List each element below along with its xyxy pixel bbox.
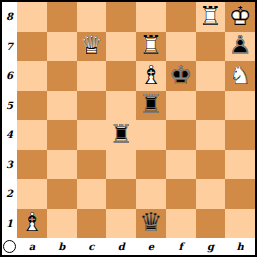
square-b3[interactable] [47,150,77,180]
square-a1[interactable]: ♝♗ [17,209,47,239]
bQ-outline-glyph: ♕ [139,209,162,235]
square-e5[interactable]: ♜♖ [136,91,166,121]
rank-label-2: 2 [2,179,17,209]
rank-label-8: 8 [2,2,17,32]
piece-wR-g8: ♜♖ [196,2,226,32]
square-f1[interactable] [166,209,196,239]
bR-outline-glyph: ♖ [139,91,162,117]
rank-label-7: 7 [2,32,17,62]
square-g8[interactable]: ♜♖ [196,2,226,32]
square-h7[interactable]: ♟♙ [225,32,255,62]
square-g5[interactable] [196,91,226,121]
square-g2[interactable] [196,179,226,209]
square-c2[interactable] [77,179,107,209]
square-e1[interactable]: ♛♕ [136,209,166,239]
square-f7[interactable] [166,32,196,62]
square-d3[interactable] [106,150,136,180]
square-e3[interactable] [136,150,166,180]
square-e2[interactable] [136,179,166,209]
chess-board: ♜♖♚♔♛♕♜♖♟♙♝♗♚♔♞♘♜♖♜♖♝♗♛♕ [17,2,255,238]
file-label-f: f [166,238,196,255]
square-c7[interactable]: ♛♕ [77,32,107,62]
file-labels: abcdefgh [17,238,255,255]
square-g1[interactable] [196,209,226,239]
file-label-h: h [225,238,255,255]
square-b1[interactable] [47,209,77,239]
square-a6[interactable] [17,61,47,91]
square-c4[interactable] [77,120,107,150]
piece-wR-e7: ♜♖ [136,32,166,62]
square-a7[interactable] [17,32,47,62]
square-d8[interactable] [106,2,136,32]
square-a8[interactable] [17,2,47,32]
piece-wB-a1: ♝♗ [17,209,47,239]
square-h8[interactable]: ♚♔ [225,2,255,32]
wR-outline-glyph: ♖ [139,32,162,58]
wB-outline-glyph: ♗ [20,209,43,235]
square-e6[interactable]: ♝♗ [136,61,166,91]
square-h4[interactable] [225,120,255,150]
wN-outline-glyph: ♘ [228,62,251,88]
square-d1[interactable] [106,209,136,239]
square-d6[interactable] [106,61,136,91]
square-g4[interactable] [196,120,226,150]
square-e7[interactable]: ♜♖ [136,32,166,62]
file-label-a: a [17,238,47,255]
piece-wK-h8: ♚♔ [225,2,255,32]
piece-bK-f6: ♚♔ [166,61,196,91]
square-b2[interactable] [47,179,77,209]
file-label-b: b [47,238,77,255]
square-b5[interactable] [47,91,77,121]
square-d4[interactable]: ♜♖ [106,120,136,150]
square-f8[interactable] [166,2,196,32]
square-f4[interactable] [166,120,196,150]
chess-diagram: 87654321 ♜♖♚♔♛♕♜♖♟♙♝♗♚♔♞♘♜♖♜♖♝♗♛♕ abcdef… [0,0,257,257]
square-g7[interactable] [196,32,226,62]
square-f6[interactable]: ♚♔ [166,61,196,91]
rank-labels: 87654321 [2,2,17,238]
rank-label-6: 6 [2,61,17,91]
file-label-d: d [106,238,136,255]
square-f2[interactable] [166,179,196,209]
square-a3[interactable] [17,150,47,180]
rank-label-1: 1 [2,209,17,239]
piece-wQ-c7: ♛♕ [77,32,107,62]
rank-label-5: 5 [2,91,17,121]
square-f3[interactable] [166,150,196,180]
square-e4[interactable] [136,120,166,150]
square-b7[interactable] [47,32,77,62]
wB-outline-glyph: ♗ [139,62,162,88]
square-f5[interactable] [166,91,196,121]
square-h6[interactable]: ♞♘ [225,61,255,91]
square-d2[interactable] [106,179,136,209]
square-c3[interactable] [77,150,107,180]
square-b6[interactable] [47,61,77,91]
piece-wN-h6: ♞♘ [225,61,255,91]
wQ-outline-glyph: ♕ [80,32,103,58]
square-a2[interactable] [17,179,47,209]
piece-bP-h7: ♟♙ [225,32,255,62]
square-b4[interactable] [47,120,77,150]
square-d7[interactable] [106,32,136,62]
square-g6[interactable] [196,61,226,91]
square-c6[interactable] [77,61,107,91]
square-c8[interactable] [77,2,107,32]
square-h5[interactable] [225,91,255,121]
square-h2[interactable] [225,179,255,209]
bR-outline-glyph: ♖ [109,121,132,147]
diagram-layout: 87654321 ♜♖♚♔♛♕♜♖♟♙♝♗♚♔♞♘♜♖♜♖♝♗♛♕ abcdef… [2,2,255,255]
square-g3[interactable] [196,150,226,180]
side-to-move-corner [2,238,17,255]
rank-label-3: 3 [2,150,17,180]
wK-outline-glyph: ♔ [228,3,251,29]
bK-outline-glyph: ♔ [169,62,192,88]
square-a4[interactable] [17,120,47,150]
file-label-c: c [77,238,107,255]
square-b8[interactable] [47,2,77,32]
piece-bQ-e1: ♛♕ [136,209,166,239]
square-c5[interactable] [77,91,107,121]
square-d5[interactable] [106,91,136,121]
file-label-g: g [196,238,226,255]
file-label-e: e [136,238,166,255]
piece-bR-e5: ♜♖ [136,91,166,121]
piece-bR-d4: ♜♖ [106,120,136,150]
rank-label-4: 4 [2,120,17,150]
square-h3[interactable] [225,150,255,180]
square-a5[interactable] [17,91,47,121]
bP-outline-glyph: ♙ [228,32,251,58]
wR-outline-glyph: ♖ [199,3,222,29]
piece-wB-e6: ♝♗ [136,61,166,91]
square-c1[interactable] [77,209,107,239]
square-h1[interactable] [225,209,255,239]
square-e8[interactable] [136,2,166,32]
white-to-move-indicator-icon [3,240,16,253]
